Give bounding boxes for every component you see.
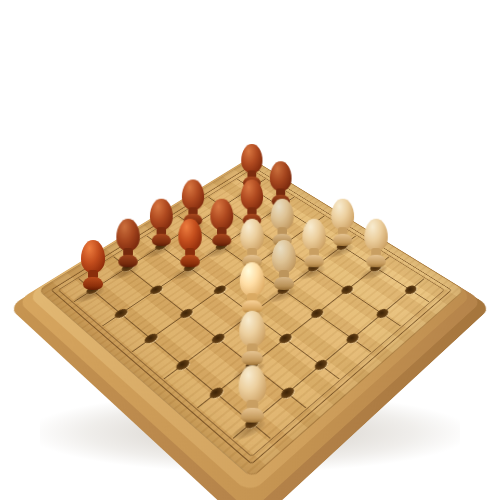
- natural-peg[interactable]: [237, 311, 265, 365]
- peg-bulb: [149, 199, 172, 230]
- peg-hole: [374, 308, 390, 320]
- peg-bulb: [269, 161, 291, 191]
- natural-peg[interactable]: [363, 219, 388, 268]
- natural-peg[interactable]: [238, 262, 265, 313]
- peg-hole: [309, 308, 326, 320]
- peg-hole: [178, 308, 195, 320]
- peg-base: [366, 255, 385, 268]
- red-peg[interactable]: [209, 199, 234, 246]
- peg-bulb: [116, 219, 139, 251]
- peg-base: [304, 255, 323, 268]
- peg-bulb: [271, 240, 295, 273]
- peg-bulb: [240, 180, 262, 211]
- peg-hole: [277, 332, 294, 345]
- natural-peg[interactable]: [301, 219, 326, 268]
- peg-hole: [207, 386, 225, 401]
- peg-bulb: [364, 219, 387, 251]
- peg-hole: [312, 358, 329, 372]
- peg-base: [333, 234, 352, 246]
- peg-bulb: [239, 311, 265, 347]
- peg-base: [240, 408, 263, 423]
- peg-base: [273, 277, 293, 290]
- peg-bulb: [80, 240, 104, 273]
- board-cell[interactable]: [153, 290, 218, 339]
- peg-hole: [211, 284, 227, 296]
- peg-hole: [173, 358, 191, 372]
- peg-base: [241, 351, 263, 365]
- peg-hole: [339, 284, 355, 296]
- peg-hole: [142, 332, 159, 345]
- peg-bulb: [239, 262, 264, 296]
- peg-bulb: [270, 199, 293, 230]
- peg-hole: [278, 386, 296, 401]
- product-photo-scene: [0, 0, 500, 500]
- peg-hole: [344, 332, 361, 345]
- natural-peg[interactable]: [239, 219, 264, 268]
- peg-bulb: [238, 365, 266, 403]
- peg-bulb: [210, 199, 233, 230]
- natural-peg[interactable]: [237, 365, 267, 423]
- peg-base: [118, 255, 137, 268]
- peg-bulb: [240, 219, 263, 251]
- peg-hole: [403, 284, 419, 296]
- red-peg[interactable]: [79, 240, 105, 290]
- board-cell[interactable]: [315, 268, 379, 314]
- red-peg[interactable]: [115, 219, 140, 268]
- peg-bulb: [241, 144, 262, 173]
- peg-hole: [209, 332, 226, 345]
- peg-bulb: [178, 219, 201, 251]
- red-peg[interactable]: [148, 199, 173, 246]
- peg-base: [212, 234, 231, 246]
- natural-peg[interactable]: [270, 240, 296, 290]
- peg-bulb: [302, 219, 325, 251]
- peg-bulb: [181, 180, 203, 211]
- peg-base: [180, 255, 199, 268]
- peg-base: [151, 234, 170, 246]
- peg-base: [82, 277, 102, 290]
- peg-bulb: [331, 199, 354, 230]
- peg-hole: [112, 308, 129, 320]
- peg-hole: [148, 284, 165, 296]
- red-peg[interactable]: [177, 219, 202, 268]
- natural-peg[interactable]: [330, 199, 355, 246]
